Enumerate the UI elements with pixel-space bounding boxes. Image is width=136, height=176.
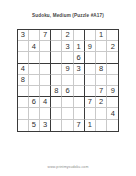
sudoku-cell-r9c5[interactable]	[62, 120, 73, 131]
sudoku-cell-r2c7: 9	[85, 41, 96, 52]
sudoku-cell-r3c7[interactable]	[85, 52, 96, 63]
sudoku-cell-r4c4[interactable]	[51, 64, 62, 75]
sudoku-cell-r9c9[interactable]	[107, 120, 118, 131]
sudoku-cell-r4c5: 9	[62, 64, 73, 75]
sudoku-cell-r7c6[interactable]	[74, 97, 85, 108]
sudoku-cell-r4c7[interactable]	[85, 64, 96, 75]
sudoku-cell-r5c3[interactable]	[40, 75, 51, 86]
sudoku-cell-r8c2[interactable]	[29, 108, 40, 119]
sudoku-cell-r6c5: 6	[62, 86, 73, 97]
sudoku-cell-r7c8: 2	[96, 97, 107, 108]
sudoku-cell-r1c5: 2	[62, 30, 73, 41]
sudoku-cell-r1c6[interactable]	[74, 30, 85, 41]
sudoku-cell-r1c2[interactable]	[29, 30, 40, 41]
sudoku-cell-r8c7[interactable]	[85, 108, 96, 119]
sudoku-cell-r9c7: 1	[85, 120, 96, 131]
sudoku-cell-r1c1: 3	[18, 30, 29, 41]
sudoku-cell-r5c4[interactable]	[51, 75, 62, 86]
sudoku-cell-r8c9: 4	[107, 108, 118, 119]
page-title: Sudoku, Medium (Puzzle #A17)	[0, 0, 136, 19]
sudoku-cell-r6c9: 9	[107, 86, 118, 97]
sudoku-cell-r3c2[interactable]	[29, 52, 40, 63]
sudoku-cell-r2c8[interactable]	[96, 41, 107, 52]
sudoku-grid: 3721431926493888679647245371	[17, 29, 120, 132]
sudoku-cell-r5c1: 8	[18, 75, 29, 86]
sudoku-cell-r7c3: 4	[40, 97, 51, 108]
sudoku-cell-r6c8: 7	[96, 86, 107, 97]
sudoku-cell-r6c3[interactable]	[40, 86, 51, 97]
sudoku-cell-r2c6: 1	[74, 41, 85, 52]
sudoku-cell-r4c9[interactable]	[107, 64, 118, 75]
sudoku-cell-r4c6: 3	[74, 64, 85, 75]
sudoku-cell-r9c2: 5	[29, 120, 40, 131]
sudoku-cell-r2c2: 4	[29, 41, 40, 52]
sudoku-cell-r8c4[interactable]	[51, 108, 62, 119]
sudoku-cell-r1c8: 1	[96, 30, 107, 41]
sudoku-cell-r4c3[interactable]	[40, 64, 51, 75]
sudoku-cell-r8c3[interactable]	[40, 108, 51, 119]
sudoku-cell-r1c7[interactable]	[85, 30, 96, 41]
sudoku-cell-r7c5[interactable]	[62, 97, 73, 108]
sudoku-cell-r9c1[interactable]	[18, 120, 29, 131]
sudoku-cell-r9c4[interactable]	[51, 120, 62, 131]
sudoku-cell-r9c8[interactable]	[96, 120, 107, 131]
sudoku-cell-r7c7: 7	[85, 97, 96, 108]
sudoku-cell-r3c3[interactable]	[40, 52, 51, 63]
footer-url: www.printmysudoku.com	[0, 165, 136, 169]
sudoku-cell-r4c8: 8	[96, 64, 107, 75]
sudoku-cell-r5c5[interactable]	[62, 75, 73, 86]
sudoku-cell-r5c6[interactable]	[74, 75, 85, 86]
sudoku-cell-r3c4[interactable]	[51, 52, 62, 63]
sudoku-sheet: Sudoku, Medium (Puzzle #A17) 37214319264…	[0, 0, 136, 176]
sudoku-cell-r6c7[interactable]	[85, 86, 96, 97]
sudoku-cell-r6c6[interactable]	[74, 86, 85, 97]
sudoku-cell-r5c9[interactable]	[107, 75, 118, 86]
sudoku-cell-r9c3: 3	[40, 120, 51, 131]
sudoku-cell-r3c5[interactable]	[62, 52, 73, 63]
sudoku-cell-r3c8[interactable]	[96, 52, 107, 63]
sudoku-cell-r1c3: 7	[40, 30, 51, 41]
sudoku-cell-r7c2: 6	[29, 97, 40, 108]
sudoku-cell-r6c4: 8	[51, 86, 62, 97]
sudoku-cell-r8c8[interactable]	[96, 108, 107, 119]
sudoku-cell-r5c7[interactable]	[85, 75, 96, 86]
sudoku-cell-r7c9[interactable]	[107, 97, 118, 108]
sudoku-cell-r2c3[interactable]	[40, 41, 51, 52]
sudoku-cell-r3c6: 6	[74, 52, 85, 63]
sudoku-cell-r2c4[interactable]	[51, 41, 62, 52]
sudoku-cell-r6c2[interactable]	[29, 86, 40, 97]
sudoku-cell-r4c2[interactable]	[29, 64, 40, 75]
sudoku-cell-r2c1[interactable]	[18, 41, 29, 52]
sudoku-cell-r5c2[interactable]	[29, 75, 40, 86]
sudoku-cell-r9c6: 7	[74, 120, 85, 131]
sudoku-cell-r6c1[interactable]	[18, 86, 29, 97]
sudoku-cell-r8c6[interactable]	[74, 108, 85, 119]
grid-wrapper: 3721431926493888679647245371	[0, 29, 136, 132]
sudoku-cell-r3c1[interactable]	[18, 52, 29, 63]
sudoku-cell-r1c4[interactable]	[51, 30, 62, 41]
sudoku-cell-r8c1[interactable]	[18, 108, 29, 119]
sudoku-cell-r2c5: 3	[62, 41, 73, 52]
sudoku-cell-r3c9[interactable]	[107, 52, 118, 63]
sudoku-cell-r8c5[interactable]	[62, 108, 73, 119]
sudoku-cell-r1c9[interactable]	[107, 30, 118, 41]
sudoku-cell-r4c1: 4	[18, 64, 29, 75]
sudoku-cell-r7c4[interactable]	[51, 97, 62, 108]
sudoku-cell-r7c1[interactable]	[18, 97, 29, 108]
sudoku-cell-r2c9: 2	[107, 41, 118, 52]
sudoku-cell-r5c8[interactable]	[96, 75, 107, 86]
